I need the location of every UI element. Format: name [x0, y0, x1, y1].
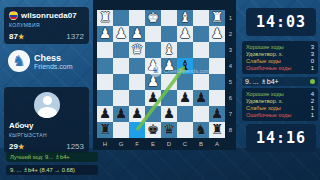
square-f3[interactable]: ♛	[129, 42, 145, 58]
player-bottom-rating: 1253	[66, 142, 84, 151]
player-top-stars: 87★	[9, 32, 24, 41]
square-f6[interactable]	[129, 90, 145, 106]
star-icon: ★	[18, 33, 24, 40]
stat-row: Удовлетвор. х.2	[246, 97, 314, 104]
white-queen-piece: ♛	[131, 43, 143, 57]
square-b6[interactable]: ♟	[193, 90, 209, 106]
square-f4[interactable]	[129, 58, 145, 74]
square-a5[interactable]	[209, 74, 225, 90]
square-d1[interactable]	[161, 10, 177, 26]
white-rook-piece: ♜	[99, 11, 111, 25]
square-g1[interactable]	[113, 10, 129, 26]
square-b8[interactable]: ♞	[193, 122, 209, 138]
stat-row: Хорошие ходы3	[246, 43, 314, 50]
square-a3[interactable]	[209, 42, 225, 58]
black-pawn-piece: ♟	[147, 91, 159, 105]
player-top-name: wilsonrueda07	[21, 11, 77, 20]
square-b3[interactable]	[193, 42, 209, 58]
black-rook-piece: ♜	[99, 123, 111, 137]
square-b5[interactable]	[193, 74, 209, 90]
white-pawn-piece: ♟	[99, 27, 111, 41]
square-a2[interactable]: ♟	[209, 26, 225, 42]
logo-text-top: Chess	[34, 53, 73, 63]
chess-board: ♜♚♝♜♟♟♟♟♟♛♝♟♟♝♟♟♟♟♟♟♟♟♟♜♚♛♞♜	[97, 10, 225, 138]
stat-row: Ошибочные ходы1	[246, 112, 314, 119]
player-top-rating: 1372	[66, 32, 84, 41]
avatar-icon	[34, 92, 60, 118]
app-screen: wilsonrueda07 КОЛУМБИЯ 87★ 1372 ♞ Chess …	[0, 0, 320, 180]
square-c1[interactable]: ♝	[177, 10, 193, 26]
square-h6[interactable]	[97, 90, 113, 106]
black-pawn-piece: ♟	[179, 91, 191, 105]
square-c6[interactable]: ♟	[177, 90, 193, 106]
stat-row: Хорошие ходы4	[246, 90, 314, 97]
black-king-piece: ♚	[147, 123, 159, 137]
square-e4[interactable]: ♟	[145, 58, 161, 74]
move-quality-stats-bottom: Хорошие ходы4Удовлетвор. х.2Слабые ходы1…	[242, 88, 318, 121]
square-c8[interactable]	[177, 122, 193, 138]
square-f2[interactable]: ♟	[129, 26, 145, 42]
square-g8[interactable]	[113, 122, 129, 138]
square-e5[interactable]: ♟	[145, 74, 161, 90]
square-d6[interactable]	[161, 90, 177, 106]
square-g5[interactable]	[113, 74, 129, 90]
white-king-piece: ♚	[147, 11, 159, 25]
white-pawn-piece: ♟	[179, 27, 191, 41]
square-c4[interactable]: ♝	[177, 58, 193, 74]
stat-row: Ошибочные ходы1	[246, 65, 314, 72]
knight-logo-icon: ♞	[8, 50, 30, 72]
square-e6[interactable]: ♟	[145, 90, 161, 106]
square-f8[interactable]	[129, 122, 145, 138]
black-rook-piece: ♜	[211, 123, 223, 137]
square-d3[interactable]: ♝	[161, 42, 177, 58]
black-knight-piece: ♞	[195, 123, 207, 137]
black-pawn-piece: ♟	[131, 107, 143, 121]
black-queen-piece: ♛	[163, 123, 175, 137]
square-e7[interactable]	[145, 106, 161, 122]
square-a1[interactable]: ♜	[209, 10, 225, 26]
colombia-flag-icon	[9, 11, 18, 20]
move-quality-dot	[310, 79, 315, 84]
stat-row: Удовлетвор. х.3	[246, 50, 314, 57]
square-d7[interactable]: ♟	[161, 106, 177, 122]
square-f1[interactable]	[129, 10, 145, 26]
square-g7[interactable]: ♟	[113, 106, 129, 122]
square-c2[interactable]: ♟	[177, 26, 193, 42]
white-pawn-piece: ♟	[131, 27, 143, 41]
square-b1[interactable]	[193, 10, 209, 26]
stat-row: Слабые ходы1	[246, 105, 314, 112]
square-c5[interactable]	[177, 74, 193, 90]
player-card-bottom[interactable]: Абочу КЫРГЫЗСТАН 29★ 1253	[4, 87, 89, 153]
square-h7[interactable]: ♟	[97, 106, 113, 122]
board-frame: ♜♚♝♜♟♟♟♟♟♛♝♟♟♝♟♟♟♟♟♟♟♟♟♜♚♛♞♜ ♞ ChessFrie…	[93, 0, 236, 150]
square-e3[interactable]	[145, 42, 161, 58]
star-icon: ★	[18, 143, 24, 150]
square-g4[interactable]	[113, 58, 129, 74]
black-bishop-piece: ♝	[179, 59, 191, 73]
white-bishop-piece: ♝	[179, 11, 191, 25]
player-card-top[interactable]: wilsonrueda07 КОЛУМБИЯ 87★ 1372	[4, 7, 89, 44]
square-h4[interactable]	[97, 58, 113, 74]
player-bottom-stars: 29★	[9, 142, 24, 151]
square-a8[interactable]: ♜	[209, 122, 225, 138]
black-pawn-piece: ♟	[115, 107, 127, 121]
best-move-label: Лучший ход: 9... ♗b4+	[6, 152, 98, 162]
clock-bottom: 14:16	[246, 124, 316, 152]
square-b2[interactable]	[193, 26, 209, 42]
square-d4[interactable]: ♟	[161, 58, 177, 74]
black-pawn-piece: ♟	[163, 107, 175, 121]
white-rook-piece: ♜	[211, 11, 223, 25]
file-labels: HGFEDCBA	[97, 139, 225, 148]
square-h2[interactable]: ♟	[97, 26, 113, 42]
square-e8[interactable]: ♚	[145, 122, 161, 138]
square-g3[interactable]	[113, 42, 129, 58]
move-entry[interactable]: 9. ... ♗b4+	[242, 77, 318, 86]
square-g6[interactable]	[113, 90, 129, 106]
square-a7[interactable]: ♟	[209, 106, 225, 122]
square-h3[interactable]	[97, 42, 113, 58]
white-pawn-piece: ♟	[147, 59, 159, 73]
square-e1[interactable]: ♚	[145, 10, 161, 26]
white-pawn-piece: ♟	[211, 27, 223, 41]
square-g2[interactable]: ♟	[113, 26, 129, 42]
white-pawn-piece: ♟	[115, 27, 127, 41]
move-entry-text: 9. ... ♗b4+	[245, 78, 279, 86]
square-b7[interactable]	[193, 106, 209, 122]
square-d8[interactable]: ♛	[161, 122, 177, 138]
square-e2[interactable]	[145, 26, 161, 42]
square-d5[interactable]	[161, 74, 177, 90]
square-f7[interactable]: ♟	[129, 106, 145, 122]
site-logo: ♞ Chess Friends.com	[8, 50, 90, 72]
clock-top: 14:03	[246, 8, 316, 36]
move-quality-stats-top: Хорошие ходы3Удовлетвор. х.3Слабые ходы0…	[242, 41, 318, 74]
square-f5[interactable]	[129, 74, 145, 90]
square-b4[interactable]	[193, 58, 209, 74]
black-pawn-piece: ♟	[195, 91, 207, 105]
square-c7[interactable]	[177, 106, 193, 122]
player-bottom-country: КЫРГЫЗСТАН	[9, 132, 84, 138]
white-pawn-piece: ♟	[147, 75, 159, 89]
black-pawn-piece: ♟	[211, 107, 223, 121]
square-h8[interactable]: ♜	[97, 122, 113, 138]
player-bottom-name: Абочу	[9, 121, 84, 130]
square-c3[interactable]	[177, 42, 193, 58]
square-a6[interactable]	[209, 90, 225, 106]
player-top-country: КОЛУМБИЯ	[9, 22, 84, 28]
black-pawn-piece: ♟	[99, 107, 111, 121]
best-move-eval: 9. ... ♗b4+ (8.47 → 0.68)	[6, 165, 98, 175]
square-a4[interactable]	[209, 58, 225, 74]
logo-text-bottom: Friends.com	[34, 63, 73, 70]
square-h5[interactable]	[97, 74, 113, 90]
stat-row: Слабые ходы0	[246, 58, 314, 65]
white-bishop-piece: ♝	[163, 43, 175, 57]
square-d2[interactable]	[161, 26, 177, 42]
white-pawn-piece: ♟	[163, 59, 175, 73]
square-h1[interactable]: ♜	[97, 10, 113, 26]
rank-labels: 12345678	[226, 10, 235, 138]
